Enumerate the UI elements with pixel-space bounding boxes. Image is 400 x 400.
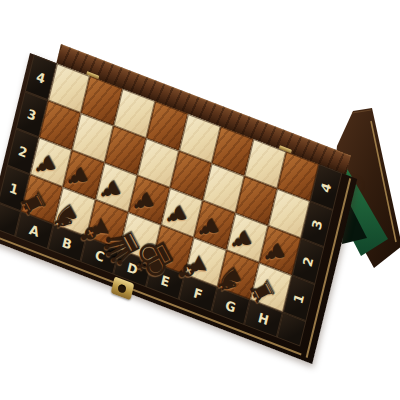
clasp-slot <box>117 283 126 294</box>
file-label-h-text: H <box>257 310 270 327</box>
rank-label-right-4-text: 4 <box>319 180 333 193</box>
rank-label-right-2-text: 2 <box>301 255 315 268</box>
rank-label-right-3-text: 3 <box>310 218 324 231</box>
rank-label-left-1-text: 1 <box>8 181 20 197</box>
chess-set-photo: 44332211ABCDEFGH ♟♟♟♟♟♟♟♟♜♞♝♛♚♝♞♜ <box>0 0 400 400</box>
rank-label-left-2-text: 2 <box>17 144 29 160</box>
file-label-b-text: B <box>61 235 73 251</box>
rank-label-left-4-text: 4 <box>35 69 47 85</box>
rank-label-left-3-text: 3 <box>26 106 38 122</box>
file-label-g-text: G <box>224 298 237 315</box>
rank-label-right-1-text: 1 <box>292 292 306 305</box>
file-label-a-text: A <box>28 222 40 238</box>
